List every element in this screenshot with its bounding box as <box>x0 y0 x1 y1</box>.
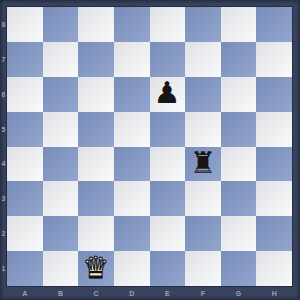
square-d4[interactable] <box>114 147 150 182</box>
square-a8[interactable] <box>7 7 43 42</box>
square-f1[interactable] <box>185 251 221 286</box>
square-b4[interactable] <box>43 147 79 182</box>
file-label-g: G <box>221 286 257 300</box>
square-g7[interactable] <box>221 42 257 77</box>
square-g6[interactable] <box>221 77 257 112</box>
square-f4[interactable]: ♜ <box>185 147 221 182</box>
square-d8[interactable] <box>114 7 150 42</box>
square-c3[interactable] <box>78 181 114 216</box>
rank-label-7: 7 <box>0 42 7 77</box>
file-labels: ABCDEFGH <box>7 286 292 300</box>
square-c5[interactable] <box>78 112 114 147</box>
square-a3[interactable] <box>7 181 43 216</box>
square-h6[interactable] <box>256 77 292 112</box>
file-label-c: C <box>78 286 114 300</box>
square-e2[interactable] <box>150 216 186 251</box>
square-f6[interactable] <box>185 77 221 112</box>
square-e6[interactable]: ♟ <box>150 77 186 112</box>
square-h1[interactable] <box>256 251 292 286</box>
square-h3[interactable] <box>256 181 292 216</box>
square-b2[interactable] <box>43 216 79 251</box>
square-g1[interactable] <box>221 251 257 286</box>
square-c4[interactable] <box>78 147 114 182</box>
rank-label-6: 6 <box>0 77 7 112</box>
square-e8[interactable] <box>150 7 186 42</box>
chess-board-frame: ♟♜♛ 87654321 ABCDEFGH <box>0 0 300 300</box>
square-a2[interactable] <box>7 216 43 251</box>
square-g4[interactable] <box>221 147 257 182</box>
square-e4[interactable] <box>150 147 186 182</box>
square-d2[interactable] <box>114 216 150 251</box>
square-a7[interactable] <box>7 42 43 77</box>
square-f2[interactable] <box>185 216 221 251</box>
square-b8[interactable] <box>43 7 79 42</box>
square-g2[interactable] <box>221 216 257 251</box>
square-d6[interactable] <box>114 77 150 112</box>
file-label-f: F <box>185 286 221 300</box>
square-c6[interactable] <box>78 77 114 112</box>
square-h2[interactable] <box>256 216 292 251</box>
square-f5[interactable] <box>185 112 221 147</box>
square-e5[interactable] <box>150 112 186 147</box>
square-c8[interactable] <box>78 7 114 42</box>
square-b7[interactable] <box>43 42 79 77</box>
rank-label-3: 3 <box>0 181 7 216</box>
square-a6[interactable] <box>7 77 43 112</box>
square-f3[interactable] <box>185 181 221 216</box>
square-d3[interactable] <box>114 181 150 216</box>
square-b5[interactable] <box>43 112 79 147</box>
piece-black-pawn-e6[interactable]: ♟ <box>154 78 181 108</box>
square-d1[interactable] <box>114 251 150 286</box>
rank-label-2: 2 <box>0 216 7 251</box>
square-e1[interactable] <box>150 251 186 286</box>
square-b6[interactable] <box>43 77 79 112</box>
square-g3[interactable] <box>221 181 257 216</box>
rank-label-1: 1 <box>0 251 7 286</box>
square-h5[interactable] <box>256 112 292 147</box>
square-g8[interactable] <box>221 7 257 42</box>
square-f7[interactable] <box>185 42 221 77</box>
square-a4[interactable] <box>7 147 43 182</box>
piece-black-rook-f4[interactable]: ♜ <box>189 148 216 178</box>
square-e3[interactable] <box>150 181 186 216</box>
rank-label-8: 8 <box>0 7 7 42</box>
file-label-d: D <box>114 286 150 300</box>
rank-label-4: 4 <box>0 147 7 182</box>
square-a1[interactable] <box>7 251 43 286</box>
file-label-h: H <box>256 286 292 300</box>
square-c1[interactable]: ♛ <box>78 251 114 286</box>
square-d7[interactable] <box>114 42 150 77</box>
square-b3[interactable] <box>43 181 79 216</box>
square-c2[interactable] <box>78 216 114 251</box>
file-label-e: E <box>150 286 186 300</box>
file-label-b: B <box>43 286 79 300</box>
square-h4[interactable] <box>256 147 292 182</box>
square-a5[interactable] <box>7 112 43 147</box>
chess-board: ♟♜♛ <box>7 7 292 286</box>
square-h8[interactable] <box>256 7 292 42</box>
rank-label-5: 5 <box>0 112 7 147</box>
square-f8[interactable] <box>185 7 221 42</box>
square-g5[interactable] <box>221 112 257 147</box>
square-h7[interactable] <box>256 42 292 77</box>
rank-labels: 87654321 <box>0 7 7 286</box>
square-e7[interactable] <box>150 42 186 77</box>
file-label-a: A <box>7 286 43 300</box>
square-b1[interactable] <box>43 251 79 286</box>
piece-white-queen-c1[interactable]: ♛ <box>83 253 110 283</box>
square-d5[interactable] <box>114 112 150 147</box>
square-c7[interactable] <box>78 42 114 77</box>
